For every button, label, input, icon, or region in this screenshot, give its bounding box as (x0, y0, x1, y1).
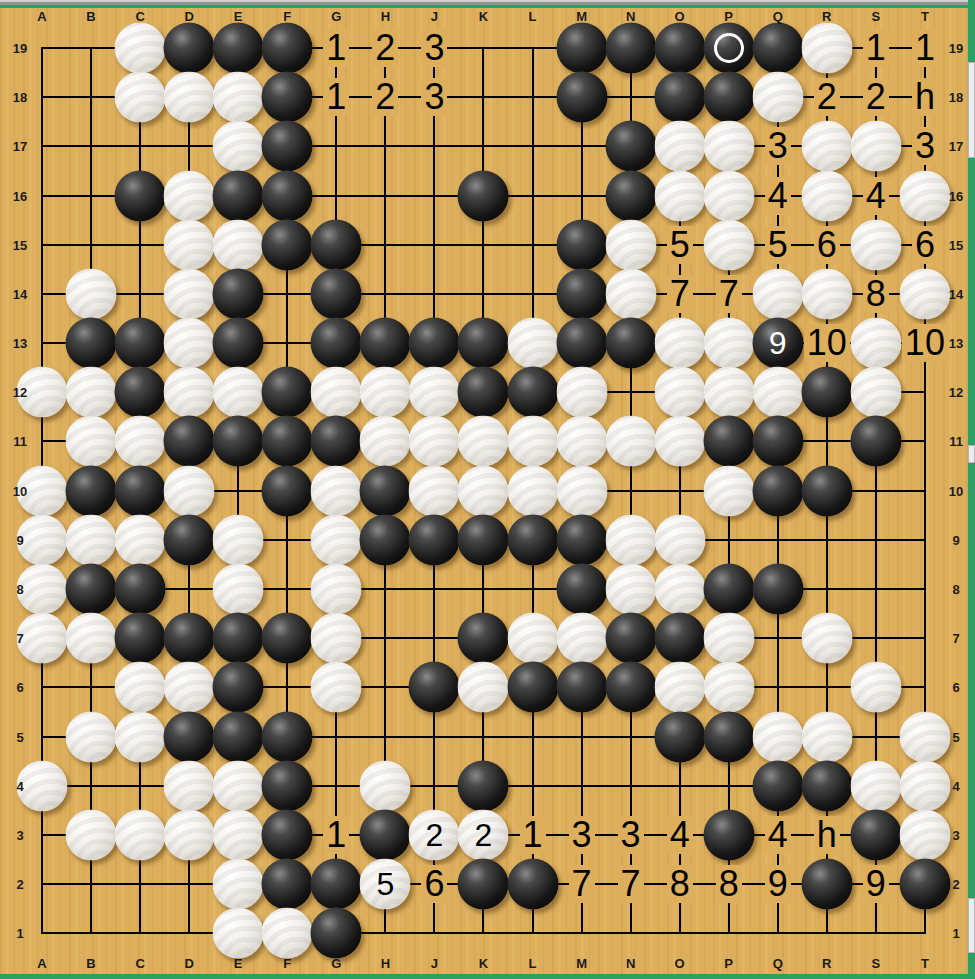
stone-white[interactable] (654, 416, 705, 467)
stone-white[interactable] (66, 809, 117, 860)
stone-white[interactable] (801, 711, 852, 762)
stone-white[interactable] (752, 72, 803, 123)
stone-black[interactable] (507, 514, 558, 565)
stone-black[interactable] (262, 219, 313, 270)
stone-white[interactable] (899, 170, 950, 221)
coordinate-label-bottom: S (872, 957, 881, 970)
coordinate-label-top: L (529, 10, 537, 23)
coordinate-label-right: 5 (952, 730, 959, 743)
stone-black[interactable] (605, 121, 656, 172)
stone-white[interactable] (213, 563, 264, 614)
move-label: 4 (765, 816, 791, 854)
coordinate-label-bottom: N (626, 957, 635, 970)
go-board-window: 1231112322h334455667781010113344h6778899… (0, 0, 975, 979)
stone-black[interactable] (605, 170, 656, 221)
stone-black[interactable] (262, 711, 313, 762)
stone-white[interactable] (311, 367, 362, 418)
stone-black[interactable] (262, 859, 313, 910)
stone-white[interactable] (311, 613, 362, 664)
stone-black[interactable] (262, 121, 313, 172)
move-label: 3 (569, 816, 595, 854)
stone-black[interactable] (507, 367, 558, 418)
coordinate-label-top: R (822, 10, 831, 23)
stone-white[interactable] (556, 367, 607, 418)
coordinate-label-left: 12 (13, 386, 27, 399)
coordinate-label-right: 9 (952, 533, 959, 546)
coordinate-label-left: 14 (13, 287, 27, 300)
stone-white[interactable] (360, 416, 411, 467)
stone-white[interactable] (164, 72, 215, 123)
stone-black[interactable] (164, 711, 215, 762)
stone-black[interactable] (262, 809, 313, 860)
stone-white[interactable] (752, 268, 803, 319)
stone-white[interactable] (801, 23, 852, 74)
stone-white[interactable] (458, 465, 509, 516)
stone-white[interactable] (213, 121, 264, 172)
stone-black[interactable] (801, 367, 852, 418)
stone-black[interactable] (262, 760, 313, 811)
stone-black[interactable] (458, 170, 509, 221)
stone-white[interactable] (703, 367, 754, 418)
stone-black[interactable] (311, 318, 362, 369)
stone-white[interactable] (605, 416, 656, 467)
move-label: 1 (519, 816, 545, 854)
coordinate-label-right: 16 (949, 189, 963, 202)
stone-black[interactable] (311, 268, 362, 319)
coordinate-label-right: 17 (949, 140, 963, 153)
stone-white[interactable] (311, 514, 362, 565)
stone-black[interactable] (409, 662, 460, 713)
stone-black[interactable] (164, 514, 215, 565)
stone-black[interactable] (115, 318, 166, 369)
stone-black[interactable] (654, 72, 705, 123)
stone-white[interactable] (654, 563, 705, 614)
coordinate-label-left: 16 (13, 189, 27, 202)
stone-black[interactable] (654, 711, 705, 762)
stone-white[interactable] (899, 711, 950, 762)
stone-white[interactable] (605, 219, 656, 270)
stone-black[interactable] (66, 563, 117, 614)
stone-black[interactable] (703, 711, 754, 762)
stone-white[interactable] (164, 268, 215, 319)
coordinate-label-left: 9 (16, 533, 23, 546)
stone-white[interactable] (213, 809, 264, 860)
coordinate-label-bottom: E (234, 957, 243, 970)
stone-white[interactable] (213, 514, 264, 565)
move-label: 9 (863, 865, 889, 903)
stone-black[interactable] (899, 859, 950, 910)
coordinate-label-top: J (431, 10, 438, 23)
stone-white[interactable] (115, 809, 166, 860)
move-label: 4 (765, 177, 791, 215)
coordinate-label-bottom: M (576, 957, 587, 970)
stone-black[interactable] (458, 859, 509, 910)
stone-black[interactable] (262, 367, 313, 418)
stone-white[interactable] (164, 662, 215, 713)
coordinate-label-left: 5 (16, 730, 23, 743)
coordinate-label-top: E (234, 10, 243, 23)
stone-white[interactable] (556, 416, 607, 467)
stone-black[interactable] (458, 318, 509, 369)
stone-black[interactable] (311, 859, 362, 910)
stone-white[interactable] (850, 760, 901, 811)
coordinate-label-bottom: B (86, 957, 95, 970)
coordinate-label-right: 3 (952, 828, 959, 841)
stone-black[interactable] (458, 613, 509, 664)
move-label: h (814, 816, 840, 854)
stone-white[interactable] (507, 613, 558, 664)
move-label: 4 (667, 816, 693, 854)
stone-white[interactable] (654, 170, 705, 221)
stone-black[interactable] (115, 367, 166, 418)
stone-white[interactable] (752, 711, 803, 762)
stone-black[interactable] (752, 416, 803, 467)
stone-black[interactable] (262, 465, 313, 516)
coordinate-label-bottom: L (529, 957, 537, 970)
stone-white[interactable] (752, 367, 803, 418)
coordinate-label-bottom: O (675, 957, 685, 970)
stone-white[interactable] (360, 367, 411, 418)
stone-black[interactable] (66, 318, 117, 369)
stone-black[interactable] (213, 662, 264, 713)
stone-black[interactable] (703, 72, 754, 123)
stone-white[interactable] (115, 23, 166, 74)
stone-black[interactable] (556, 219, 607, 270)
stone-black[interactable] (213, 318, 264, 369)
stone-black[interactable] (556, 318, 607, 369)
stone-number-label: 2 (475, 819, 493, 851)
stone-black[interactable] (605, 318, 656, 369)
stone-white[interactable] (17, 760, 68, 811)
coordinate-label-top: N (626, 10, 635, 23)
move-label: 1 (323, 78, 349, 116)
stone-black[interactable] (752, 23, 803, 74)
stone-white[interactable] (605, 268, 656, 319)
stone-white[interactable] (654, 367, 705, 418)
move-label: 8 (716, 865, 742, 903)
stone-white[interactable] (458, 416, 509, 467)
stone-black[interactable] (556, 23, 607, 74)
stone-white[interactable] (66, 416, 117, 467)
stone-white[interactable] (164, 170, 215, 221)
stone-white[interactable] (605, 514, 656, 565)
stone-white[interactable] (164, 318, 215, 369)
move-label: 8 (863, 275, 889, 313)
stone-black[interactable] (605, 23, 656, 74)
stone-black[interactable] (115, 563, 166, 614)
coordinate-label-bottom: C (135, 957, 144, 970)
coordinate-label-left: 2 (16, 878, 23, 891)
move-label: 7 (569, 865, 595, 903)
coordinate-label-left: 7 (16, 632, 23, 645)
stone-black[interactable] (801, 760, 852, 811)
stone-white[interactable] (556, 465, 607, 516)
stone-black[interactable] (262, 23, 313, 74)
stone-white[interactable] (409, 465, 460, 516)
coordinate-label-top: B (86, 10, 95, 23)
stone-white[interactable] (899, 268, 950, 319)
stone-white[interactable] (164, 219, 215, 270)
stone-white[interactable] (115, 514, 166, 565)
coordinate-label-top: F (283, 10, 291, 23)
coordinate-label-right: 11 (949, 435, 963, 448)
stone-black[interactable] (115, 465, 166, 516)
stone-white[interactable] (850, 318, 901, 369)
stone-white[interactable] (213, 367, 264, 418)
coordinate-label-right: 15 (949, 238, 963, 251)
stone-black[interactable] (213, 416, 264, 467)
stone-white[interactable] (311, 465, 362, 516)
stone-black[interactable] (703, 416, 754, 467)
stone-white[interactable] (213, 219, 264, 270)
coordinate-label-right: 14 (949, 287, 963, 300)
stone-black[interactable] (556, 514, 607, 565)
stone-black[interactable] (311, 219, 362, 270)
stone-white[interactable] (850, 121, 901, 172)
stone-black[interactable] (213, 711, 264, 762)
stone-black[interactable] (409, 318, 460, 369)
coordinate-label-right: 6 (952, 681, 959, 694)
coordinate-label-top: M (576, 10, 587, 23)
move-label: 3 (912, 127, 938, 165)
move-label: 5 (765, 226, 791, 264)
coordinate-label-left: 8 (16, 582, 23, 595)
move-label: 3 (421, 78, 447, 116)
coordinate-label-top: K (479, 10, 488, 23)
window-right-edge (968, 0, 975, 979)
stone-black[interactable] (703, 563, 754, 614)
move-label: 10 (804, 324, 850, 362)
stone-black[interactable] (605, 662, 656, 713)
stone-black[interactable] (556, 72, 607, 123)
stone-white[interactable] (164, 367, 215, 418)
stone-white[interactable] (605, 563, 656, 614)
coordinate-label-left: 4 (16, 779, 23, 792)
coordinate-label-left: 13 (13, 337, 27, 350)
coordinate-label-bottom: R (822, 957, 831, 970)
move-label: 4 (863, 177, 889, 215)
stone-white[interactable] (17, 613, 68, 664)
coordinate-label-right: 18 (949, 91, 963, 104)
coordinate-label-right: 8 (952, 582, 959, 595)
stone-white[interactable] (115, 662, 166, 713)
stone-black[interactable] (752, 465, 803, 516)
coordinate-label-right: 1 (952, 927, 959, 940)
stone-black[interactable] (115, 613, 166, 664)
stone-black[interactable] (654, 613, 705, 664)
stone-white[interactable] (703, 219, 754, 270)
stone-black[interactable] (164, 23, 215, 74)
coordinate-label-top: P (724, 10, 733, 23)
stone-white[interactable] (801, 170, 852, 221)
stone-white[interactable] (311, 662, 362, 713)
stone-black[interactable] (66, 465, 117, 516)
stone-white[interactable] (458, 662, 509, 713)
stone-white[interactable] (409, 367, 460, 418)
stone-white[interactable] (17, 514, 68, 565)
stone-black[interactable] (213, 170, 264, 221)
stone-black[interactable] (752, 760, 803, 811)
stone-number-label: 2 (425, 819, 443, 851)
stone-black[interactable] (654, 23, 705, 74)
stone-black[interactable] (213, 23, 264, 74)
stone-white[interactable] (850, 662, 901, 713)
stone-white[interactable] (360, 760, 411, 811)
scrollbar-segment[interactable] (968, 62, 975, 158)
coordinate-label-top: G (331, 10, 341, 23)
stone-black[interactable] (213, 268, 264, 319)
stone-black[interactable] (605, 613, 656, 664)
stone-black[interactable] (360, 809, 411, 860)
stone-white[interactable] (66, 268, 117, 319)
stone-white[interactable] (850, 219, 901, 270)
coordinate-label-right: 7 (952, 632, 959, 645)
stone-white[interactable] (654, 318, 705, 369)
stone-white[interactable] (115, 711, 166, 762)
stone-white[interactable] (556, 613, 607, 664)
stone-black[interactable] (850, 416, 901, 467)
circle-marker (714, 33, 744, 63)
stone-black[interactable] (507, 859, 558, 910)
stone-white[interactable] (654, 121, 705, 172)
stone-white[interactable] (801, 121, 852, 172)
coordinate-label-bottom: G (331, 957, 341, 970)
coordinate-label-bottom: Q (773, 957, 783, 970)
coordinate-label-bottom: F (283, 957, 291, 970)
window-bottom-edge (0, 974, 975, 979)
stone-white[interactable] (311, 563, 362, 614)
stone-white[interactable] (213, 760, 264, 811)
move-label: 1 (323, 29, 349, 67)
move-label: 2 (372, 78, 398, 116)
stone-white[interactable] (899, 760, 950, 811)
stone-white[interactable] (899, 809, 950, 860)
stone-white[interactable] (801, 613, 852, 664)
stone-white[interactable] (654, 662, 705, 713)
move-label: 6 (814, 226, 840, 264)
stone-white[interactable] (66, 514, 117, 565)
stone-white[interactable] (213, 72, 264, 123)
stone-white[interactable] (164, 760, 215, 811)
coordinate-label-bottom: P (724, 957, 733, 970)
move-label: 7 (716, 275, 742, 313)
stone-white[interactable] (213, 908, 264, 959)
stone-black[interactable] (801, 859, 852, 910)
stone-white[interactable] (703, 170, 754, 221)
stone-white[interactable] (654, 514, 705, 565)
stone-white[interactable] (17, 563, 68, 614)
coordinate-label-top: A (37, 10, 46, 23)
stone-black[interactable] (360, 318, 411, 369)
stone-white[interactable] (703, 465, 754, 516)
stone-white[interactable] (262, 908, 313, 959)
stone-black[interactable] (507, 662, 558, 713)
stone-white[interactable] (115, 72, 166, 123)
stone-black[interactable] (213, 613, 264, 664)
stone-black[interactable] (164, 416, 215, 467)
stone-black[interactable] (801, 465, 852, 516)
coordinate-label-right: 13 (949, 337, 963, 350)
stone-black[interactable] (458, 367, 509, 418)
stone-black[interactable] (360, 465, 411, 516)
stone-black[interactable] (458, 760, 509, 811)
move-label: 9 (765, 865, 791, 903)
coordinate-label-left: 19 (13, 42, 27, 55)
stone-white[interactable] (66, 613, 117, 664)
scrollbar-segment[interactable] (968, 445, 975, 463)
stone-white[interactable] (409, 416, 460, 467)
stone-black[interactable] (115, 170, 166, 221)
move-label: 3 (421, 29, 447, 67)
stone-white[interactable] (801, 268, 852, 319)
stone-black[interactable] (262, 170, 313, 221)
stone-black[interactable] (360, 514, 411, 565)
stone-black[interactable] (262, 72, 313, 123)
coordinate-label-left: 6 (16, 681, 23, 694)
stone-white[interactable] (507, 465, 558, 516)
move-label: 6 (912, 226, 938, 264)
stone-white[interactable] (115, 416, 166, 467)
coordinate-label-top: C (135, 10, 144, 23)
move-label: 3 (765, 127, 791, 165)
move-label: 1 (912, 29, 938, 67)
stone-black[interactable] (556, 268, 607, 319)
stone-black[interactable] (311, 416, 362, 467)
stone-white[interactable] (66, 367, 117, 418)
window-top-edge (0, 0, 975, 8)
coordinate-label-top: O (675, 10, 685, 23)
stone-black[interactable] (311, 908, 362, 959)
scrollbar-segment[interactable] (968, 898, 975, 953)
move-label: 2 (863, 78, 889, 116)
stone-black[interactable] (703, 809, 754, 860)
stone-white[interactable] (703, 318, 754, 369)
stone-white[interactable] (850, 367, 901, 418)
stone-black[interactable] (850, 809, 901, 860)
stone-black[interactable] (752, 563, 803, 614)
stone-white[interactable] (507, 318, 558, 369)
coordinate-label-bottom: J (431, 957, 438, 970)
coordinate-label-bottom: D (184, 957, 193, 970)
move-label: 1 (863, 29, 889, 67)
stone-white[interactable] (703, 613, 754, 664)
stone-black[interactable] (458, 514, 509, 565)
move-label: 7 (667, 275, 693, 313)
stone-black[interactable] (262, 613, 313, 664)
stone-black[interactable] (409, 514, 460, 565)
stone-white[interactable] (164, 465, 215, 516)
stone-black[interactable] (556, 563, 607, 614)
coordinate-label-top: Q (773, 10, 783, 23)
move-label: 7 (618, 865, 644, 903)
coordinate-label-right: 2 (952, 878, 959, 891)
stone-white[interactable] (213, 859, 264, 910)
stone-black[interactable] (556, 662, 607, 713)
stone-white[interactable] (703, 121, 754, 172)
coordinate-label-left: 1 (16, 927, 23, 940)
coordinate-label-bottom: T (921, 957, 929, 970)
stone-white[interactable] (66, 711, 117, 762)
coordinate-label-left: 11 (13, 435, 27, 448)
stone-white[interactable] (703, 662, 754, 713)
coordinate-label-right: 19 (949, 42, 963, 55)
move-label: 8 (667, 865, 693, 903)
stone-white[interactable] (507, 416, 558, 467)
stone-white[interactable] (164, 809, 215, 860)
stone-black[interactable] (164, 613, 215, 664)
coordinate-label-left: 10 (13, 484, 27, 497)
stone-black[interactable] (262, 416, 313, 467)
